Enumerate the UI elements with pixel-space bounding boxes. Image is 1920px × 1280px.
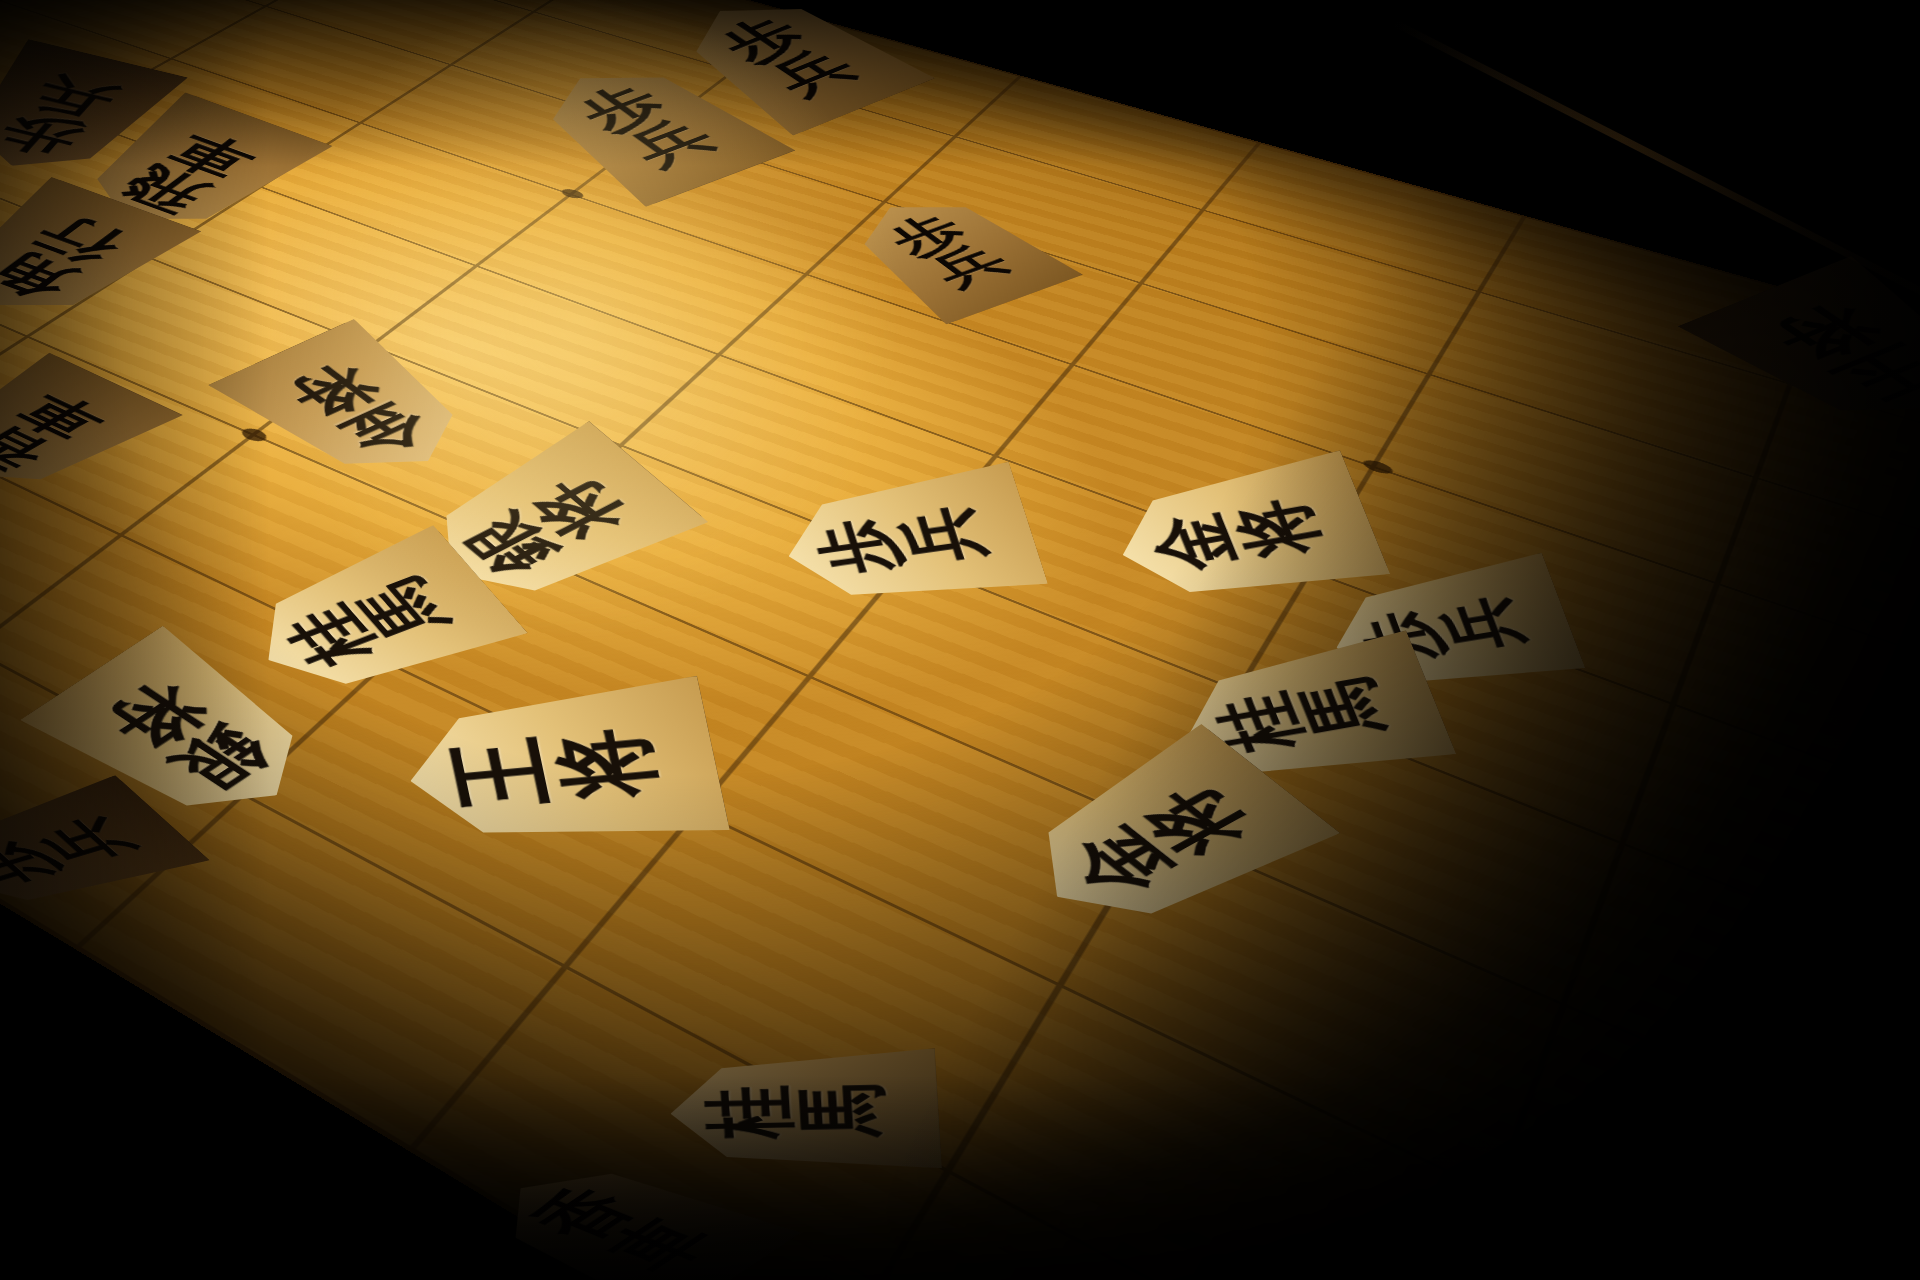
piece-kanji: 馬 — [794, 1082, 890, 1137]
pieces-layer: 歩兵歩兵歩兵飛車角行歩兵玉将香車金将銀将歩兵金将歩兵桂馬銀将王将桂馬金将歩兵桂馬… — [0, 0, 1920, 1280]
piece-kanji: 馬 — [1291, 673, 1397, 742]
piece-kanji: 将 — [546, 724, 666, 802]
shogi-photo-scene: 歩兵歩兵歩兵飛車角行歩兵玉将香車金将銀将歩兵金将歩兵桂馬銀将王将桂馬金将歩兵桂馬… — [0, 0, 1920, 1280]
piece-face: 金将 — [208, 319, 501, 494]
piece-face: 歩兵 — [821, 182, 1082, 324]
piece-kanji: 兵 — [1433, 592, 1530, 655]
piece-face: 香車 — [0, 352, 183, 505]
piece-kanji: 将 — [1225, 493, 1331, 562]
piece-kanji: 桂 — [701, 1084, 797, 1139]
piece-face: 王将 — [394, 676, 730, 858]
piece-face: 桂馬 — [666, 1048, 941, 1173]
piece-face: 歩兵 — [769, 461, 1048, 617]
piece-face: 金将 — [1098, 450, 1391, 617]
piece-kanji: 兵 — [892, 502, 992, 567]
piece-face: 玉将 — [1678, 256, 1920, 443]
piece-face: 香車 — [455, 1145, 801, 1280]
